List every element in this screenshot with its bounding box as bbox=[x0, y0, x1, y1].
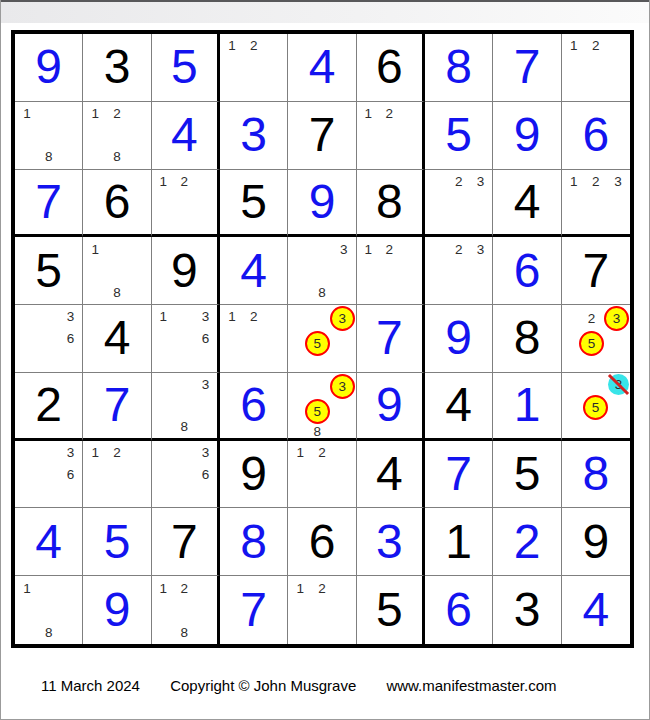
cell-r4c2[interactable]: 18 bbox=[83, 237, 151, 305]
candidate-2: 2 bbox=[379, 103, 400, 125]
cell-r2c6[interactable]: 12 bbox=[357, 102, 425, 170]
cell-r2c3[interactable]: 4 bbox=[152, 102, 220, 170]
cell-r4c8[interactable]: 6 bbox=[493, 237, 561, 305]
cell-value: 6 bbox=[562, 102, 630, 169]
cell-r6c3[interactable]: 38 bbox=[152, 373, 220, 441]
cell-r9c8[interactable]: 3 bbox=[493, 576, 561, 644]
cell-r2c4[interactable]: 3 bbox=[220, 102, 288, 170]
cell-r4c9[interactable]: 7 bbox=[562, 237, 630, 305]
cell-r1c4[interactable]: 12 bbox=[220, 34, 288, 102]
candidate-3: 3 bbox=[195, 374, 216, 395]
cell-r6c9[interactable]: 35 bbox=[562, 373, 630, 441]
cell-value: 9 bbox=[15, 34, 82, 101]
cell-r9c9[interactable]: 4 bbox=[562, 576, 630, 644]
cell-value: 7 bbox=[83, 373, 150, 438]
candidate-grid: 36 bbox=[16, 442, 81, 507]
candidate-grid: 128 bbox=[153, 577, 216, 643]
cell-r3c7[interactable]: 23 bbox=[425, 170, 493, 238]
candidate-3: 3 bbox=[607, 171, 629, 192]
cell-r5c8[interactable]: 8 bbox=[493, 305, 561, 373]
candidate-3: 3 bbox=[60, 442, 82, 464]
cell-value: 9 bbox=[425, 305, 492, 372]
cell-r8c7[interactable]: 1 bbox=[425, 508, 493, 576]
candidate-6: 6 bbox=[60, 328, 82, 350]
candidate-1: 1 bbox=[84, 238, 106, 260]
candidate-grid: 35 bbox=[289, 306, 354, 371]
candidate-2: 2 bbox=[243, 35, 265, 57]
candidate-grid: 18 bbox=[84, 238, 149, 303]
candidate-5: 5 bbox=[583, 395, 608, 420]
candidate-1: 1 bbox=[358, 103, 379, 125]
cell-r7c8[interactable]: 5 bbox=[493, 441, 561, 509]
cell-r7c9[interactable]: 8 bbox=[562, 441, 630, 509]
cell-value: 6 bbox=[288, 508, 355, 575]
highlight-yellow-circle: 5 bbox=[305, 331, 330, 356]
candidate-3: 3 bbox=[333, 238, 355, 260]
candidate-6: 6 bbox=[195, 328, 216, 350]
highlight-yellow-circle: 5 bbox=[583, 395, 608, 420]
cell-r4c3[interactable]: 9 bbox=[152, 237, 220, 305]
candidate-1: 1 bbox=[84, 442, 106, 464]
cell-r9c1[interactable]: 18 bbox=[15, 576, 83, 644]
cell-r7c1[interactable]: 36 bbox=[15, 441, 83, 509]
highlight-yellow-circle: 3 bbox=[330, 374, 355, 399]
candidate-grid: 23 bbox=[426, 238, 491, 303]
highlight-yellow-circle: 3 bbox=[604, 306, 629, 331]
candidate-8: 8 bbox=[174, 621, 195, 643]
candidate-3: 3 bbox=[330, 306, 355, 331]
cell-value: 4 bbox=[562, 576, 630, 644]
cell-r5c4[interactable]: 12 bbox=[220, 305, 288, 373]
cell-value: 8 bbox=[357, 170, 422, 235]
cell-value: 2 bbox=[15, 373, 82, 438]
candidate-2: 2 bbox=[106, 442, 128, 464]
cell-value: 5 bbox=[220, 170, 287, 235]
cell-r7c7[interactable]: 7 bbox=[425, 441, 493, 509]
cell-value: 4 bbox=[83, 305, 150, 372]
window-top-bar bbox=[1, 0, 649, 23]
highlight-yellow-circle: 3 bbox=[330, 306, 355, 331]
cell-r7c4[interactable]: 9 bbox=[220, 441, 288, 509]
cell-value: 8 bbox=[562, 441, 630, 508]
cell-r8c2[interactable]: 5 bbox=[83, 508, 151, 576]
cell-value: 6 bbox=[220, 373, 287, 438]
cell-value: 7 bbox=[288, 102, 355, 169]
cell-value: 3 bbox=[220, 102, 287, 169]
cell-r5c7[interactable]: 9 bbox=[425, 305, 493, 373]
cell-value: 4 bbox=[288, 34, 355, 101]
cell-r6c4[interactable]: 6 bbox=[220, 373, 288, 441]
cell-value: 9 bbox=[493, 102, 560, 169]
cell-value: 8 bbox=[220, 508, 287, 575]
candidate-grid: 18 bbox=[16, 577, 81, 643]
candidate-3: 3 bbox=[195, 306, 216, 328]
candidate-grid: 12 bbox=[289, 442, 354, 507]
cell-value: 5 bbox=[152, 34, 217, 101]
cell-r2c7[interactable]: 5 bbox=[425, 102, 493, 170]
cell-value: 1 bbox=[425, 508, 492, 575]
cell-r9c2[interactable]: 9 bbox=[83, 576, 151, 644]
cell-r5c1[interactable]: 36 bbox=[15, 305, 83, 373]
cell-r1c6[interactable]: 6 bbox=[357, 34, 425, 102]
candidate-grid: 12 bbox=[221, 35, 286, 100]
candidate-1: 1 bbox=[358, 238, 379, 260]
cell-r8c9[interactable]: 9 bbox=[562, 508, 630, 576]
cell-value: 5 bbox=[83, 508, 150, 575]
cell-r8c4[interactable]: 8 bbox=[220, 508, 288, 576]
cell-value: 5 bbox=[425, 102, 492, 169]
candidate-2: 2 bbox=[106, 103, 128, 125]
cell-r6c6[interactable]: 9 bbox=[357, 373, 425, 441]
sudoku-board: 9351246871218128437125967612598234123518… bbox=[11, 30, 634, 648]
cell-value: 6 bbox=[493, 237, 560, 304]
candidate-8: 8 bbox=[305, 424, 330, 439]
cell-value: 3 bbox=[493, 576, 560, 644]
cell-value: 7 bbox=[15, 170, 82, 235]
candidate-grid: 38 bbox=[153, 374, 216, 437]
candidate-1: 1 bbox=[563, 35, 585, 57]
candidate-8: 8 bbox=[106, 282, 128, 304]
cell-r9c6[interactable]: 5 bbox=[357, 576, 425, 644]
candidate-grid: 12 bbox=[563, 35, 629, 100]
candidate-2: 2 bbox=[243, 306, 265, 328]
cell-r8c1[interactable]: 4 bbox=[15, 508, 83, 576]
cell-value: 2 bbox=[493, 508, 560, 575]
cell-r6c7[interactable]: 4 bbox=[425, 373, 493, 441]
cell-r8c8[interactable]: 2 bbox=[493, 508, 561, 576]
cell-value: 7 bbox=[493, 34, 560, 101]
cell-r8c5[interactable]: 6 bbox=[288, 508, 356, 576]
candidate-grid: 18 bbox=[16, 103, 81, 168]
cell-r5c3[interactable]: 136 bbox=[152, 305, 220, 373]
candidate-grid: 23 bbox=[426, 171, 491, 234]
candidate-grid: 12 bbox=[358, 238, 421, 303]
candidate-8: 8 bbox=[38, 146, 60, 168]
candidate-grid: 12 bbox=[289, 577, 354, 643]
cell-value: 9 bbox=[152, 237, 217, 304]
cell-r1c7[interactable]: 8 bbox=[425, 34, 493, 102]
candidate-1: 1 bbox=[84, 103, 106, 125]
cell-value: 4 bbox=[493, 170, 560, 235]
cell-r1c1[interactable]: 9 bbox=[15, 34, 83, 102]
candidate-grid: 36 bbox=[16, 306, 81, 371]
cell-r9c4[interactable]: 7 bbox=[220, 576, 288, 644]
candidate-2: 2 bbox=[448, 171, 470, 192]
cell-r8c3[interactable]: 7 bbox=[152, 508, 220, 576]
footer-website: www.manifestmaster.com bbox=[386, 677, 556, 694]
cell-r4c7[interactable]: 23 bbox=[425, 237, 493, 305]
candidate-3: 3 bbox=[330, 374, 355, 399]
candidate-grid: 36 bbox=[153, 442, 216, 507]
cell-r2c2[interactable]: 128 bbox=[83, 102, 151, 170]
candidate-1: 1 bbox=[563, 171, 585, 192]
cell-r1c5[interactable]: 4 bbox=[288, 34, 356, 102]
cell-value: 9 bbox=[357, 373, 422, 438]
cell-value: 3 bbox=[83, 34, 150, 101]
candidate-grid: 358 bbox=[289, 374, 354, 437]
cell-value: 5 bbox=[493, 441, 560, 508]
candidate-2: 2 bbox=[585, 171, 607, 192]
cell-r3c3[interactable]: 12 bbox=[152, 170, 220, 238]
cell-value: 5 bbox=[357, 576, 422, 644]
cell-r3c6[interactable]: 8 bbox=[357, 170, 425, 238]
cell-value: 7 bbox=[220, 576, 287, 644]
cell-r2c8[interactable]: 9 bbox=[493, 102, 561, 170]
cell-value: 9 bbox=[288, 170, 355, 235]
cell-r2c1[interactable]: 18 bbox=[15, 102, 83, 170]
candidate-3: 3 bbox=[604, 306, 629, 331]
cell-value: 7 bbox=[357, 305, 422, 372]
candidate-8: 8 bbox=[174, 416, 195, 437]
highlight-yellow-circle: 5 bbox=[305, 399, 330, 424]
cell-r5c6[interactable]: 7 bbox=[357, 305, 425, 373]
cell-value: 9 bbox=[83, 576, 150, 644]
cell-value: 4 bbox=[15, 508, 82, 575]
cell-r6c8[interactable]: 1 bbox=[493, 373, 561, 441]
candidate-8: 8 bbox=[38, 621, 60, 643]
cell-r6c1[interactable]: 2 bbox=[15, 373, 83, 441]
cell-value: 6 bbox=[425, 576, 492, 644]
candidate-6: 6 bbox=[60, 463, 82, 485]
candidate-1: 1 bbox=[153, 577, 174, 599]
cell-r1c3[interactable]: 5 bbox=[152, 34, 220, 102]
candidate-grid: 38 bbox=[289, 238, 354, 303]
candidate-5: 5 bbox=[305, 331, 330, 356]
candidate-5: 5 bbox=[305, 399, 330, 424]
cell-r6c5[interactable]: 358 bbox=[288, 373, 356, 441]
candidate-grid: 12 bbox=[358, 103, 421, 168]
cell-r9c5[interactable]: 12 bbox=[288, 576, 356, 644]
candidate-2: 2 bbox=[448, 238, 470, 260]
candidate-3: 3 bbox=[470, 171, 492, 192]
cell-r7c5[interactable]: 12 bbox=[288, 441, 356, 509]
cell-r6c2[interactable]: 7 bbox=[83, 373, 151, 441]
candidate-2: 2 bbox=[579, 306, 604, 331]
cell-r7c2[interactable]: 12 bbox=[83, 441, 151, 509]
candidate-1: 1 bbox=[16, 577, 38, 599]
candidate-2: 2 bbox=[585, 35, 607, 57]
cell-r7c6[interactable]: 4 bbox=[357, 441, 425, 509]
cell-r4c6[interactable]: 12 bbox=[357, 237, 425, 305]
cell-value: 5 bbox=[15, 237, 82, 304]
candidate-grid: 235 bbox=[563, 306, 629, 371]
cell-r8c6[interactable]: 3 bbox=[357, 508, 425, 576]
cell-value: 4 bbox=[220, 237, 287, 304]
candidate-1: 1 bbox=[289, 442, 311, 464]
cell-r5c5[interactable]: 35 bbox=[288, 305, 356, 373]
candidate-1: 1 bbox=[153, 171, 174, 192]
candidate-grid: 123 bbox=[563, 171, 629, 234]
cell-r3c8[interactable]: 4 bbox=[493, 170, 561, 238]
sudoku-page: 9351246871218128437125967612598234123518… bbox=[0, 0, 650, 720]
candidate-grid: 12 bbox=[221, 306, 286, 371]
cell-r3c1[interactable]: 7 bbox=[15, 170, 83, 238]
cell-value: 7 bbox=[562, 237, 630, 304]
candidate-2: 2 bbox=[174, 577, 195, 599]
cell-value: 3 bbox=[357, 508, 422, 575]
cell-value: 7 bbox=[152, 508, 217, 575]
candidate-1: 1 bbox=[289, 577, 311, 599]
cell-value: 7 bbox=[425, 441, 492, 508]
candidate-3: 3 bbox=[470, 238, 492, 260]
cell-r3c9[interactable]: 123 bbox=[562, 170, 630, 238]
cell-value: 1 bbox=[493, 373, 560, 438]
candidate-2: 2 bbox=[311, 442, 333, 464]
cell-value: 4 bbox=[152, 102, 217, 169]
cell-r5c9[interactable]: 235 bbox=[562, 305, 630, 373]
cell-r3c4[interactable]: 5 bbox=[220, 170, 288, 238]
cell-r2c9[interactable]: 6 bbox=[562, 102, 630, 170]
cell-r1c2[interactable]: 3 bbox=[83, 34, 151, 102]
candidate-grid: 35 bbox=[563, 374, 629, 437]
footer: 11 March 2024 Copyright © John Musgrave … bbox=[41, 677, 582, 694]
candidate-3: 3 bbox=[608, 374, 629, 395]
cell-r4c1[interactable]: 5 bbox=[15, 237, 83, 305]
cell-r4c4[interactable]: 4 bbox=[220, 237, 288, 305]
candidate-2: 2 bbox=[311, 577, 333, 599]
footer-copyright: Copyright © John Musgrave bbox=[170, 677, 356, 694]
candidate-8: 8 bbox=[311, 282, 333, 304]
cell-r3c5[interactable]: 9 bbox=[288, 170, 356, 238]
elimination-cyan-circle: 3 bbox=[608, 374, 629, 395]
candidate-grid: 12 bbox=[84, 442, 149, 507]
candidate-1: 1 bbox=[16, 103, 38, 125]
candidate-grid: 12 bbox=[153, 171, 216, 234]
cell-r9c7[interactable]: 6 bbox=[425, 576, 493, 644]
cell-value: 8 bbox=[493, 305, 560, 372]
candidate-grid: 136 bbox=[153, 306, 216, 371]
cell-r5c2[interactable]: 4 bbox=[83, 305, 151, 373]
cell-value: 9 bbox=[562, 508, 630, 575]
candidate-1: 1 bbox=[221, 35, 243, 57]
cell-value: 8 bbox=[425, 34, 492, 101]
candidate-2: 2 bbox=[174, 171, 195, 192]
cell-value: 6 bbox=[83, 170, 150, 235]
highlight-yellow-circle: 5 bbox=[579, 331, 604, 356]
cell-r2c5[interactable]: 7 bbox=[288, 102, 356, 170]
cell-r1c9[interactable]: 12 bbox=[562, 34, 630, 102]
candidate-5: 5 bbox=[579, 331, 604, 356]
cell-r7c3[interactable]: 36 bbox=[152, 441, 220, 509]
cell-value: 4 bbox=[357, 441, 422, 508]
footer-date: 11 March 2024 bbox=[41, 677, 140, 694]
candidate-6: 6 bbox=[195, 463, 216, 485]
cell-value: 6 bbox=[357, 34, 422, 101]
candidate-grid: 128 bbox=[84, 103, 149, 168]
cell-r3c2[interactable]: 6 bbox=[83, 170, 151, 238]
candidate-2: 2 bbox=[379, 238, 400, 260]
cell-value: 4 bbox=[425, 373, 492, 438]
cell-r9c3[interactable]: 128 bbox=[152, 576, 220, 644]
cell-value: 9 bbox=[220, 441, 287, 508]
candidate-8: 8 bbox=[106, 146, 128, 168]
cell-r1c8[interactable]: 7 bbox=[493, 34, 561, 102]
cell-r4c5[interactable]: 38 bbox=[288, 237, 356, 305]
candidate-3: 3 bbox=[195, 442, 216, 464]
candidate-3: 3 bbox=[60, 306, 82, 328]
candidate-1: 1 bbox=[221, 306, 243, 328]
candidate-1: 1 bbox=[153, 306, 174, 328]
